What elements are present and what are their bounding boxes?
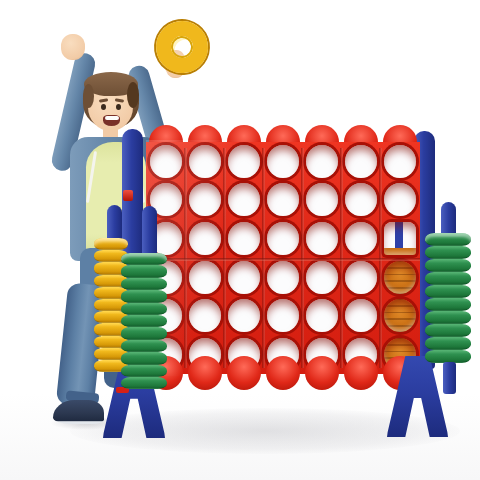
board-cell-r2c3 bbox=[224, 181, 263, 220]
green-ring bbox=[121, 340, 167, 352]
empty-hole bbox=[267, 261, 299, 294]
product-photo-scene bbox=[0, 0, 480, 480]
green-ring-stack bbox=[425, 233, 471, 363]
empty-hole bbox=[345, 183, 377, 216]
green-ring bbox=[121, 315, 167, 327]
board-cell-r4c5 bbox=[303, 258, 342, 297]
board-cell-r4c7 bbox=[381, 258, 420, 297]
edge-bump bbox=[266, 356, 300, 390]
post-stem bbox=[443, 362, 456, 394]
board-cell-r5c3 bbox=[224, 297, 263, 336]
empty-hole bbox=[306, 222, 338, 255]
empty-hole bbox=[228, 183, 260, 216]
empty-hole bbox=[345, 299, 377, 332]
board-cell-r3c3 bbox=[224, 219, 263, 258]
board-cell-r2c4 bbox=[263, 181, 302, 220]
game-board bbox=[146, 126, 420, 390]
empty-hole bbox=[306, 183, 338, 216]
empty-hole bbox=[189, 261, 221, 294]
empty-hole bbox=[228, 222, 260, 255]
empty-hole bbox=[384, 222, 416, 255]
red-release-slider bbox=[123, 190, 133, 201]
board-cell-r3c2 bbox=[185, 219, 224, 258]
board-center-seam bbox=[146, 258, 420, 261]
green-ring bbox=[121, 365, 167, 377]
board-cell-r3c6 bbox=[342, 219, 381, 258]
board-cell-r5c7 bbox=[381, 297, 420, 336]
green-ring bbox=[425, 272, 471, 285]
empty-hole bbox=[384, 183, 416, 216]
front-right-ring-post bbox=[425, 202, 471, 394]
board-cell-r4c4 bbox=[263, 258, 302, 297]
board-cell-r1c6 bbox=[342, 142, 381, 181]
empty-hole bbox=[345, 261, 377, 294]
board-cell-r4c6 bbox=[342, 258, 381, 297]
empty-hole bbox=[267, 183, 299, 216]
board-cell-r1c4 bbox=[263, 142, 302, 181]
empty-hole bbox=[189, 183, 221, 216]
green-ring bbox=[425, 259, 471, 272]
board-cell-r4c2 bbox=[185, 258, 224, 297]
board-cell-r5c5 bbox=[303, 297, 342, 336]
green-ring bbox=[121, 303, 167, 315]
board-cell-r1c3 bbox=[224, 142, 263, 181]
board-cell-r5c2 bbox=[185, 297, 224, 336]
green-ring bbox=[425, 233, 471, 246]
empty-hole bbox=[345, 222, 377, 255]
empty-hole bbox=[267, 222, 299, 255]
green-ring bbox=[425, 285, 471, 298]
green-ring bbox=[425, 246, 471, 259]
board-cell-r5c6 bbox=[342, 297, 381, 336]
board-cell-r2c6 bbox=[342, 181, 381, 220]
board-cell-r3c4 bbox=[263, 219, 302, 258]
empty-hole bbox=[306, 145, 338, 178]
edge-bump bbox=[305, 356, 339, 390]
green-ring bbox=[121, 327, 167, 339]
board-cell-r5c4 bbox=[263, 297, 302, 336]
board-cell-r1c5 bbox=[303, 142, 342, 181]
hole-showing-stored-ring bbox=[384, 299, 416, 332]
board-cell-r1c1 bbox=[146, 142, 185, 181]
green-ring bbox=[425, 337, 471, 350]
green-ring bbox=[121, 377, 167, 389]
post-cap bbox=[107, 205, 122, 241]
empty-hole bbox=[267, 299, 299, 332]
green-ring bbox=[425, 298, 471, 311]
empty-hole bbox=[228, 299, 260, 332]
edge-bump bbox=[227, 356, 261, 390]
edge-bump bbox=[344, 356, 378, 390]
green-ring bbox=[121, 278, 167, 290]
post-cap bbox=[142, 206, 157, 256]
empty-hole bbox=[345, 145, 377, 178]
board-cell-r2c2 bbox=[185, 181, 224, 220]
post-cap bbox=[441, 202, 456, 236]
green-ring bbox=[425, 324, 471, 337]
empty-hole bbox=[267, 145, 299, 178]
empty-hole bbox=[189, 222, 221, 255]
empty-hole bbox=[189, 299, 221, 332]
green-ring bbox=[121, 352, 167, 364]
front-left-ring-post bbox=[121, 206, 167, 396]
board-cell-r3c7 bbox=[381, 219, 420, 258]
connect-four-frame bbox=[0, 0, 480, 480]
empty-hole bbox=[228, 145, 260, 178]
board-cell-r3c5 bbox=[303, 219, 342, 258]
board-cell-r1c7 bbox=[381, 142, 420, 181]
green-ring bbox=[121, 290, 167, 302]
empty-hole bbox=[384, 145, 416, 178]
empty-hole bbox=[306, 261, 338, 294]
board-cell-r2c7 bbox=[381, 181, 420, 220]
board-cell-r1c2 bbox=[185, 142, 224, 181]
green-ring bbox=[425, 311, 471, 324]
board-cell-r2c5 bbox=[303, 181, 342, 220]
green-ring-stack bbox=[121, 253, 167, 389]
green-ring bbox=[121, 253, 167, 265]
empty-hole bbox=[189, 145, 221, 178]
board-cell-r4c3 bbox=[224, 258, 263, 297]
hole-showing-stored-ring bbox=[384, 261, 416, 294]
green-ring bbox=[121, 265, 167, 277]
empty-hole bbox=[306, 299, 338, 332]
empty-hole bbox=[150, 145, 182, 178]
empty-hole bbox=[228, 261, 260, 294]
edge-bump bbox=[188, 356, 222, 390]
